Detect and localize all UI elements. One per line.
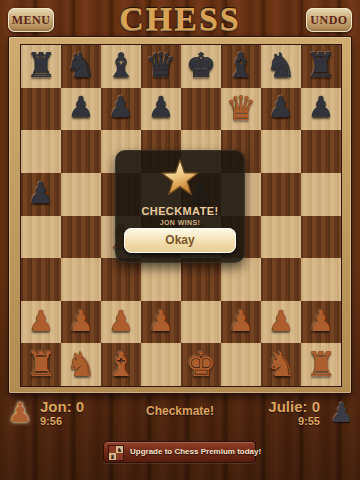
okay-button[interactable]: Okay <box>124 228 236 253</box>
square-a4[interactable] <box>21 216 61 259</box>
black-queen-piece: ♛ <box>146 48 176 82</box>
undo-button[interactable]: UNDO <box>306 8 352 32</box>
square-b1[interactable]: ♞ <box>61 343 101 386</box>
white-pawn-piece: ♟ <box>228 307 254 336</box>
square-b8[interactable]: ♞ <box>61 45 101 88</box>
player-right-name: Julie: 0 <box>268 398 320 415</box>
square-a7[interactable] <box>21 88 61 131</box>
square-f3[interactable] <box>221 258 261 301</box>
chess-app-screen: MENU CHESS UNDO ♜♞♝♛♚♝♞♜♟♟♟♛♟♟♟♟♝♟♟♟♟♟♟♟… <box>0 0 360 480</box>
square-e2[interactable] <box>181 301 221 344</box>
square-g4[interactable] <box>261 216 301 259</box>
square-h3[interactable] <box>301 258 341 301</box>
square-b7[interactable]: ♟ <box>61 88 101 131</box>
square-a6[interactable] <box>21 130 61 173</box>
mini-square <box>116 453 123 460</box>
black-knight-piece: ♞ <box>266 48 296 82</box>
square-f8[interactable]: ♝ <box>221 45 261 88</box>
square-c1[interactable]: ♝ <box>101 343 141 386</box>
checkmate-dialog: CHECKMATE! JON WINS! Okay <box>115 150 245 263</box>
player-bar: ♟ Jon: 0 9:56 Checkmate! Julie: 0 9:55 ♟ <box>0 394 360 436</box>
black-pawn-piece: ♟ <box>148 93 174 122</box>
square-c3[interactable] <box>101 258 141 301</box>
white-pawn-piece: ♟ <box>308 307 334 336</box>
square-a8[interactable]: ♜ <box>21 45 61 88</box>
square-b6[interactable] <box>61 130 101 173</box>
square-c7[interactable]: ♟ <box>101 88 141 131</box>
square-d7[interactable]: ♟ <box>141 88 181 131</box>
white-bishop-piece: ♝ <box>106 347 136 381</box>
square-h1[interactable]: ♜ <box>301 343 341 386</box>
mini-square <box>109 446 116 453</box>
banner-text: Upgrade to Chess Premium today! <box>130 442 253 462</box>
square-e3[interactable] <box>181 258 221 301</box>
square-a1[interactable]: ♜ <box>21 343 61 386</box>
white-knight-piece: ♞ <box>66 347 96 381</box>
square-b5[interactable] <box>61 173 101 216</box>
black-pawn-piece: ♟ <box>108 93 134 122</box>
premium-ad-banner[interactable]: ♞ ♜ Upgrade to Chess Premium today! <box>103 441 256 463</box>
black-knight-piece: ♞ <box>66 48 96 82</box>
player-right-clock: 9:55 <box>298 415 320 427</box>
black-bishop-piece: ♝ <box>226 48 256 82</box>
white-pawn-piece: ♟ <box>148 307 174 336</box>
square-h5[interactable] <box>301 173 341 216</box>
black-rook-piece: ♜ <box>306 48 336 82</box>
square-e1[interactable]: ♚ <box>181 343 221 386</box>
square-g3[interactable] <box>261 258 301 301</box>
black-rook-piece: ♜ <box>26 48 56 82</box>
black-pawn-piece: ♟ <box>268 93 294 122</box>
black-pawn-piece: ♟ <box>68 93 94 122</box>
square-a5[interactable]: ♟ <box>21 173 61 216</box>
square-f7[interactable]: ♛ <box>221 88 261 131</box>
white-knight-piece: ♞ <box>266 347 296 381</box>
square-g5[interactable] <box>261 173 301 216</box>
square-h6[interactable] <box>301 130 341 173</box>
square-d1[interactable] <box>141 343 181 386</box>
square-d3[interactable] <box>141 258 181 301</box>
square-g2[interactable]: ♟ <box>261 301 301 344</box>
star-icon <box>157 157 203 201</box>
square-h8[interactable]: ♜ <box>301 45 341 88</box>
square-g6[interactable] <box>261 130 301 173</box>
square-e7[interactable] <box>181 88 221 131</box>
white-pawn-piece: ♟ <box>28 307 54 336</box>
square-h7[interactable]: ♟ <box>301 88 341 131</box>
square-f2[interactable]: ♟ <box>221 301 261 344</box>
square-b3[interactable] <box>61 258 101 301</box>
white-pawn-piece: ♟ <box>108 307 134 336</box>
white-king-piece: ♚ <box>186 347 216 381</box>
white-rook-piece: ♜ <box>306 347 336 381</box>
black-king-piece: ♚ <box>186 48 216 82</box>
dialog-title: CHECKMATE! <box>115 205 245 217</box>
black-pawn-piece: ♟ <box>28 179 54 208</box>
square-d8[interactable]: ♛ <box>141 45 181 88</box>
white-queen-piece: ♛ <box>226 91 256 125</box>
square-g8[interactable]: ♞ <box>261 45 301 88</box>
mini-chessboard-icon: ♞ ♜ <box>108 445 124 461</box>
white-pawn-piece: ♟ <box>68 307 94 336</box>
white-rook-piece: ♜ <box>26 347 56 381</box>
black-pawn-icon: ♟ <box>330 399 354 426</box>
square-e8[interactable]: ♚ <box>181 45 221 88</box>
black-bishop-piece: ♝ <box>106 48 136 82</box>
square-h2[interactable]: ♟ <box>301 301 341 344</box>
square-b4[interactable] <box>61 216 101 259</box>
square-c2[interactable]: ♟ <box>101 301 141 344</box>
square-h4[interactable] <box>301 216 341 259</box>
black-pawn-piece: ♟ <box>308 93 334 122</box>
square-c8[interactable]: ♝ <box>101 45 141 88</box>
square-g7[interactable]: ♟ <box>261 88 301 131</box>
square-g1[interactable]: ♞ <box>261 343 301 386</box>
mini-knight-icon: ♞ <box>116 446 123 453</box>
mini-rook-icon: ♜ <box>109 453 116 460</box>
dialog-subtitle: JON WINS! <box>115 219 245 226</box>
square-a3[interactable] <box>21 258 61 301</box>
square-a2[interactable]: ♟ <box>21 301 61 344</box>
square-b2[interactable]: ♟ <box>61 301 101 344</box>
square-d2[interactable]: ♟ <box>141 301 181 344</box>
white-pawn-piece: ♟ <box>268 307 294 336</box>
square-f1[interactable] <box>221 343 261 386</box>
